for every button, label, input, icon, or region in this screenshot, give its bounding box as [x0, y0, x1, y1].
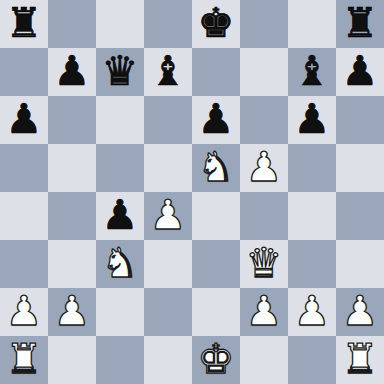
piece-white-pawn: ♟	[246, 287, 283, 335]
square-c8[interactable]	[96, 0, 144, 48]
piece-white-pawn: ♟	[150, 191, 187, 239]
square-b8[interactable]	[48, 0, 96, 48]
square-e6[interactable]: ♟	[192, 96, 240, 144]
piece-white-king: ♚	[198, 335, 235, 383]
square-h6[interactable]	[336, 96, 384, 144]
square-b2[interactable]: ♟	[48, 288, 96, 336]
square-c1[interactable]	[96, 336, 144, 384]
piece-white-pawn: ♟	[54, 287, 91, 335]
piece-black-pawn: ♟	[294, 95, 331, 143]
piece-black-pawn: ♟	[198, 95, 235, 143]
square-f3[interactable]: ♛	[240, 240, 288, 288]
square-d3[interactable]	[144, 240, 192, 288]
square-e5[interactable]: ♞	[192, 144, 240, 192]
square-a3[interactable]	[0, 240, 48, 288]
piece-white-queen: ♛	[246, 239, 283, 287]
square-g2[interactable]: ♟	[288, 288, 336, 336]
square-h4[interactable]	[336, 192, 384, 240]
square-h2[interactable]: ♟	[336, 288, 384, 336]
piece-black-pawn: ♟	[6, 95, 43, 143]
square-e8[interactable]: ♚	[192, 0, 240, 48]
square-d8[interactable]	[144, 0, 192, 48]
square-e1[interactable]: ♚	[192, 336, 240, 384]
square-f8[interactable]	[240, 0, 288, 48]
square-b3[interactable]	[48, 240, 96, 288]
square-a6[interactable]: ♟	[0, 96, 48, 144]
square-g5[interactable]	[288, 144, 336, 192]
square-h3[interactable]	[336, 240, 384, 288]
square-c7[interactable]: ♛	[96, 48, 144, 96]
square-b5[interactable]	[48, 144, 96, 192]
square-a4[interactable]	[0, 192, 48, 240]
square-g6[interactable]: ♟	[288, 96, 336, 144]
piece-white-pawn: ♟	[246, 143, 283, 191]
piece-white-rook: ♜	[342, 335, 379, 383]
square-e7[interactable]	[192, 48, 240, 96]
square-f5[interactable]: ♟	[240, 144, 288, 192]
square-c5[interactable]	[96, 144, 144, 192]
square-d7[interactable]: ♝	[144, 48, 192, 96]
square-g1[interactable]	[288, 336, 336, 384]
square-a1[interactable]: ♜	[0, 336, 48, 384]
piece-black-rook: ♜	[342, 0, 379, 47]
square-d5[interactable]	[144, 144, 192, 192]
piece-white-pawn: ♟	[6, 287, 43, 335]
square-b1[interactable]	[48, 336, 96, 384]
square-h7[interactable]: ♟	[336, 48, 384, 96]
square-g4[interactable]	[288, 192, 336, 240]
square-d6[interactable]	[144, 96, 192, 144]
piece-black-pawn: ♟	[54, 47, 91, 95]
piece-black-pawn: ♟	[342, 47, 379, 95]
square-g3[interactable]	[288, 240, 336, 288]
square-a5[interactable]	[0, 144, 48, 192]
piece-black-bishop: ♝	[294, 47, 331, 95]
piece-black-rook: ♜	[6, 0, 43, 47]
square-h5[interactable]	[336, 144, 384, 192]
square-e4[interactable]	[192, 192, 240, 240]
piece-white-rook: ♜	[6, 335, 43, 383]
piece-black-pawn: ♟	[102, 191, 139, 239]
square-g7[interactable]: ♝	[288, 48, 336, 96]
square-e2[interactable]	[192, 288, 240, 336]
square-c2[interactable]	[96, 288, 144, 336]
piece-white-knight: ♞	[198, 143, 235, 191]
square-a2[interactable]: ♟	[0, 288, 48, 336]
square-h1[interactable]: ♜	[336, 336, 384, 384]
square-f7[interactable]	[240, 48, 288, 96]
piece-black-king: ♚	[198, 0, 235, 47]
piece-white-pawn: ♟	[342, 287, 379, 335]
square-c4[interactable]: ♟	[96, 192, 144, 240]
square-f1[interactable]	[240, 336, 288, 384]
piece-black-bishop: ♝	[150, 47, 187, 95]
square-f6[interactable]	[240, 96, 288, 144]
square-e3[interactable]	[192, 240, 240, 288]
square-a7[interactable]	[0, 48, 48, 96]
square-c6[interactable]	[96, 96, 144, 144]
square-d2[interactable]	[144, 288, 192, 336]
square-b7[interactable]: ♟	[48, 48, 96, 96]
square-h8[interactable]: ♜	[336, 0, 384, 48]
square-d1[interactable]	[144, 336, 192, 384]
square-c3[interactable]: ♞	[96, 240, 144, 288]
square-b6[interactable]	[48, 96, 96, 144]
piece-black-queen: ♛	[102, 47, 139, 95]
square-f2[interactable]: ♟	[240, 288, 288, 336]
square-d4[interactable]: ♟	[144, 192, 192, 240]
square-b4[interactable]	[48, 192, 96, 240]
piece-white-knight: ♞	[102, 239, 139, 287]
chess-board: ♜♚♜♟♛♝♝♟♟♟♟♞♟♟♟♞♛♟♟♟♟♟♜♚♜	[0, 0, 384, 384]
square-f4[interactable]	[240, 192, 288, 240]
square-g8[interactable]	[288, 0, 336, 48]
square-a8[interactable]: ♜	[0, 0, 48, 48]
piece-white-pawn: ♟	[294, 287, 331, 335]
